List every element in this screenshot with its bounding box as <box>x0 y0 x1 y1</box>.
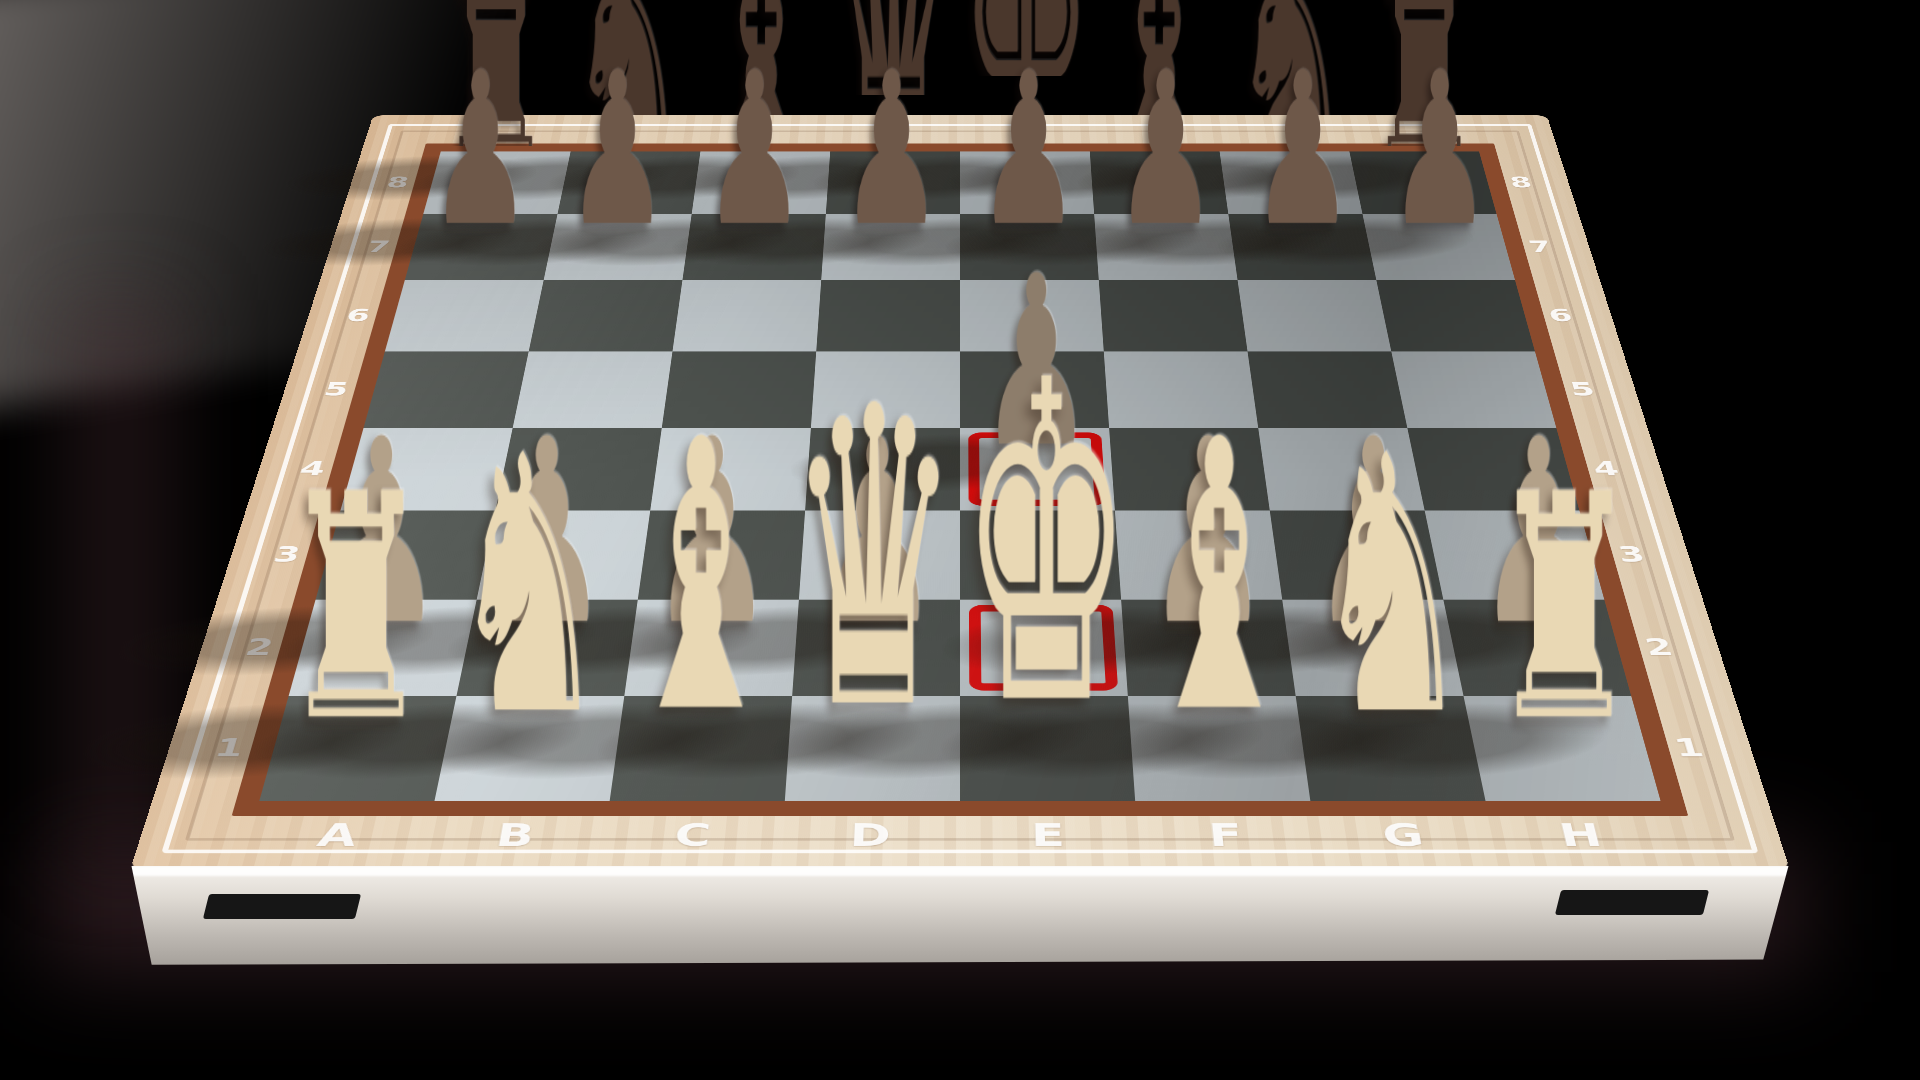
square-g7[interactable] <box>1228 214 1376 280</box>
file-label-f: F <box>1207 817 1246 853</box>
square-b1[interactable] <box>434 696 624 801</box>
square-b3[interactable] <box>477 510 651 599</box>
square-e2[interactable] <box>960 600 1128 697</box>
square-a4[interactable] <box>340 428 512 510</box>
rank-label-right-3: 3 <box>1615 542 1650 566</box>
board-perspective-wrap: ABCDEFGH1122334455667788 ♜♞♝♛♚♝♞♜♟♟♟♟♟♟♟… <box>130 0 1790 870</box>
square-e3[interactable] <box>960 510 1121 599</box>
square-g6[interactable] <box>1238 280 1392 351</box>
square-d8[interactable] <box>826 152 960 214</box>
square-a2[interactable] <box>289 600 477 697</box>
square-b5[interactable] <box>513 351 673 428</box>
board-handle-notch-right <box>1555 890 1709 915</box>
square-e4[interactable] <box>960 428 1115 510</box>
square-g4[interactable] <box>1258 428 1424 510</box>
rank-label-right-6: 6 <box>1546 306 1576 325</box>
square-c3[interactable] <box>638 510 805 599</box>
square-a7[interactable] <box>405 214 558 280</box>
file-label-a: A <box>314 817 363 853</box>
square-c2[interactable] <box>624 600 799 697</box>
square-e1[interactable] <box>960 696 1135 801</box>
square-h4[interactable] <box>1407 428 1579 510</box>
board-front-edge-highlight <box>118 866 1802 876</box>
rank-label-left-8: 8 <box>385 174 413 191</box>
file-label-b: B <box>493 817 539 853</box>
square-f5[interactable] <box>1104 351 1258 428</box>
file-label-d: D <box>849 817 893 853</box>
square-h7[interactable] <box>1362 214 1515 280</box>
square-h5[interactable] <box>1391 351 1556 428</box>
rank-label-right-8: 8 <box>1508 174 1536 191</box>
square-h1[interactable] <box>1464 696 1661 801</box>
square-b4[interactable] <box>495 428 661 510</box>
square-c1[interactable] <box>610 696 793 801</box>
square-f6[interactable] <box>1099 280 1248 351</box>
square-b6[interactable] <box>529 280 683 351</box>
square-g8[interactable] <box>1220 152 1363 214</box>
square-a5[interactable] <box>364 351 529 428</box>
rank-label-left-6: 6 <box>344 306 374 325</box>
square-g2[interactable] <box>1282 600 1463 697</box>
square-b2[interactable] <box>456 600 637 697</box>
square-g1[interactable] <box>1296 696 1486 801</box>
file-label-c: C <box>673 817 715 853</box>
square-g5[interactable] <box>1248 351 1408 428</box>
square-e7[interactable] <box>960 214 1099 280</box>
squares <box>259 152 1661 802</box>
square-h6[interactable] <box>1376 280 1535 351</box>
square-g3[interactable] <box>1270 510 1444 599</box>
table-surface: ABCDEFGH1122334455667788 ♜♞♝♛♚♝♞♜♟♟♟♟♟♟♟… <box>0 0 1920 1080</box>
square-d3[interactable] <box>799 510 960 599</box>
square-a6[interactable] <box>385 280 544 351</box>
square-c7[interactable] <box>682 214 825 280</box>
square-f2[interactable] <box>1121 600 1296 697</box>
square-b8[interactable] <box>558 152 701 214</box>
square-d6[interactable] <box>816 280 960 351</box>
square-d7[interactable] <box>821 214 960 280</box>
square-a1[interactable] <box>259 696 456 801</box>
file-label-h: H <box>1556 817 1608 853</box>
square-h3[interactable] <box>1425 510 1605 599</box>
file-label-g: G <box>1380 817 1429 853</box>
square-f3[interactable] <box>1115 510 1282 599</box>
square-f4[interactable] <box>1109 428 1270 510</box>
rank-label-right-7: 7 <box>1526 237 1555 255</box>
square-c4[interactable] <box>650 428 811 510</box>
file-label-e: E <box>1030 817 1067 853</box>
square-f8[interactable] <box>1090 152 1228 214</box>
rank-label-right-2: 2 <box>1642 634 1678 660</box>
square-d5[interactable] <box>811 351 960 428</box>
rank-label-right-5: 5 <box>1567 379 1599 400</box>
square-d1[interactable] <box>785 696 960 801</box>
square-h8[interactable] <box>1349 152 1496 214</box>
square-a8[interactable] <box>423 152 570 214</box>
square-e8[interactable] <box>960 152 1094 214</box>
square-h2[interactable] <box>1443 600 1631 697</box>
rank-label-right-1: 1 <box>1671 733 1709 762</box>
square-b7[interactable] <box>544 214 692 280</box>
square-f7[interactable] <box>1094 214 1237 280</box>
square-e5[interactable] <box>960 351 1109 428</box>
square-c6[interactable] <box>672 280 821 351</box>
board-front-edge <box>118 866 1802 970</box>
square-c8[interactable] <box>692 152 830 214</box>
square-c5[interactable] <box>662 351 816 428</box>
square-a3[interactable] <box>316 510 496 599</box>
chessboard: ABCDEFGH1122334455667788 ♜♞♝♛♚♝♞♜♟♟♟♟♟♟♟… <box>130 115 1790 870</box>
square-f1[interactable] <box>1128 696 1311 801</box>
square-d2[interactable] <box>792 600 960 697</box>
square-e6[interactable] <box>960 280 1104 351</box>
square-d4[interactable] <box>805 428 960 510</box>
board-handle-notch-left <box>203 894 361 919</box>
